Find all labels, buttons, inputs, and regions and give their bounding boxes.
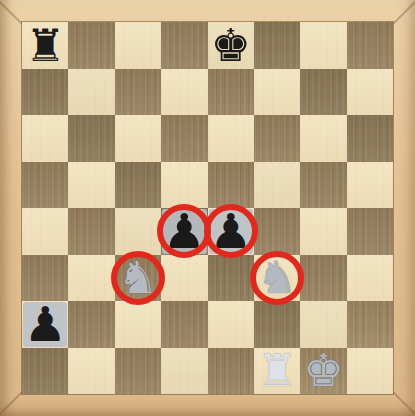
chessboard-screenshot: ♜♚♟♟♞♞♟♜♚ xyxy=(0,0,415,416)
frame-miter-joint xyxy=(0,391,22,415)
square-d6[interactable] xyxy=(161,115,207,162)
square-e3[interactable] xyxy=(208,255,254,302)
square-e4[interactable]: ♟ xyxy=(208,208,254,255)
square-b8[interactable] xyxy=(68,22,114,69)
square-b6[interactable] xyxy=(68,115,114,162)
square-h6[interactable] xyxy=(347,115,393,162)
square-a2[interactable]: ♟ xyxy=(22,301,68,348)
black-pawn-a2[interactable]: ♟ xyxy=(22,301,68,348)
square-h3[interactable] xyxy=(347,255,393,302)
square-h4[interactable] xyxy=(347,208,393,255)
square-d4[interactable]: ♟ xyxy=(161,208,207,255)
black-rook-a8[interactable]: ♜ xyxy=(22,22,68,69)
square-e5[interactable] xyxy=(208,162,254,209)
square-f6[interactable] xyxy=(254,115,300,162)
square-e6[interactable] xyxy=(208,115,254,162)
square-c7[interactable] xyxy=(115,69,161,116)
square-c5[interactable] xyxy=(115,162,161,209)
square-h8[interactable] xyxy=(347,22,393,69)
square-c2[interactable] xyxy=(115,301,161,348)
square-d1[interactable] xyxy=(161,348,207,395)
black-pawn-d4[interactable]: ♟ xyxy=(161,208,207,255)
square-f7[interactable] xyxy=(254,69,300,116)
square-c4[interactable] xyxy=(115,208,161,255)
square-a6[interactable] xyxy=(22,115,68,162)
square-g3[interactable] xyxy=(300,255,346,302)
square-h7[interactable] xyxy=(347,69,393,116)
black-king-e8[interactable]: ♚ xyxy=(208,22,254,69)
white-rook-f1[interactable]: ♜ xyxy=(254,348,300,395)
square-f2[interactable] xyxy=(254,301,300,348)
square-h2[interactable] xyxy=(347,301,393,348)
square-b4[interactable] xyxy=(68,208,114,255)
chess-board: ♜♚♟♟♞♞♟♜♚ xyxy=(22,22,393,394)
frame-miter-joint xyxy=(393,391,415,415)
square-g1[interactable]: ♚ xyxy=(300,348,346,395)
square-d2[interactable] xyxy=(161,301,207,348)
square-a8[interactable]: ♜ xyxy=(22,22,68,69)
square-a1[interactable] xyxy=(22,348,68,395)
square-c1[interactable] xyxy=(115,348,161,395)
square-e8[interactable]: ♚ xyxy=(208,22,254,69)
square-d3[interactable] xyxy=(161,255,207,302)
square-h1[interactable] xyxy=(347,348,393,395)
white-knight-f3[interactable]: ♞ xyxy=(254,255,300,302)
square-c6[interactable] xyxy=(115,115,161,162)
square-g2[interactable] xyxy=(300,301,346,348)
square-f4[interactable] xyxy=(254,208,300,255)
square-f5[interactable] xyxy=(254,162,300,209)
square-b2[interactable] xyxy=(68,301,114,348)
square-g5[interactable] xyxy=(300,162,346,209)
square-c8[interactable] xyxy=(115,22,161,69)
frame-miter-joint xyxy=(0,0,22,24)
square-b3[interactable] xyxy=(68,255,114,302)
square-d7[interactable] xyxy=(161,69,207,116)
square-c3[interactable]: ♞ xyxy=(115,255,161,302)
square-g6[interactable] xyxy=(300,115,346,162)
square-g7[interactable] xyxy=(300,69,346,116)
square-d5[interactable] xyxy=(161,162,207,209)
square-a4[interactable] xyxy=(22,208,68,255)
square-g8[interactable] xyxy=(300,22,346,69)
square-g4[interactable] xyxy=(300,208,346,255)
square-d8[interactable] xyxy=(161,22,207,69)
square-a5[interactable] xyxy=(22,162,68,209)
square-a7[interactable] xyxy=(22,69,68,116)
square-b1[interactable] xyxy=(68,348,114,395)
white-king-g1[interactable]: ♚ xyxy=(300,348,346,395)
square-e2[interactable] xyxy=(208,301,254,348)
black-pawn-e4[interactable]: ♟ xyxy=(208,208,254,255)
white-knight-c3[interactable]: ♞ xyxy=(115,255,161,302)
square-b5[interactable] xyxy=(68,162,114,209)
square-f1[interactable]: ♜ xyxy=(254,348,300,395)
square-f3[interactable]: ♞ xyxy=(254,255,300,302)
square-a3[interactable] xyxy=(22,255,68,302)
square-h5[interactable] xyxy=(347,162,393,209)
square-b7[interactable] xyxy=(68,69,114,116)
square-f8[interactable] xyxy=(254,22,300,69)
square-e1[interactable] xyxy=(208,348,254,395)
square-e7[interactable] xyxy=(208,69,254,116)
frame-miter-joint xyxy=(393,0,415,24)
